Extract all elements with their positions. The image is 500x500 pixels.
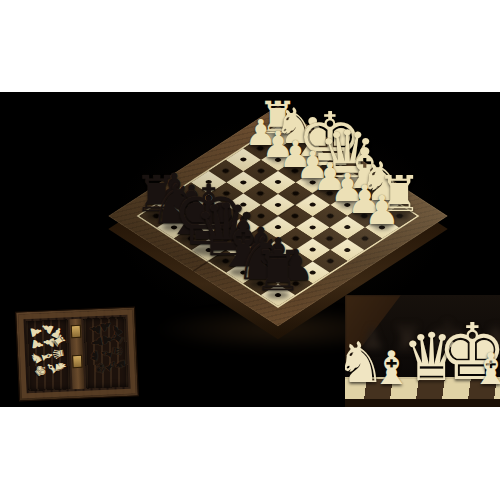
tray-piece-white-queen: ♛ [50,346,66,361]
tray-well-black: ♟♟♟♟♟♜♞♝♛♚♝♞ [83,317,128,389]
brass-hinge-icon [72,355,83,368]
tray-piece-black-knight: ♞ [112,357,127,371]
photo-strip: ♜♟♞♟♝♟♚♟♛♟♝♟♟♞♜♟♟♜♞♟♟♝♟♚♟♛♟♝♟♞♟♜ ♟♟♟♟♟♜♞… [0,92,500,407]
brass-hinge-icon [71,325,82,338]
closeup-inset: ♟♜♚♟♞♞♝♛♚♝♞ [345,295,500,407]
tray-well-white: ♟♟♟♟♟♜♞♝♛♚♝♞ [26,319,71,391]
tray-piece-white-knight: ♞ [54,360,68,373]
product-photo-page: ♜♟♞♟♝♟♚♟♛♟♝♟♟♞♜♟♟♜♞♟♟♝♟♚♟♛♟♝♟♞♟♜ ♟♟♟♟♟♜♞… [0,0,500,500]
closeup-piece-white-knight: ♞ [494,337,500,391]
storage-tray-inset: ♟♟♟♟♟♜♞♝♛♚♝♞ ♟♟♟♟♟♜♞♝♛♚♝♞ [15,306,139,401]
closeup-board-edge [345,399,500,407]
